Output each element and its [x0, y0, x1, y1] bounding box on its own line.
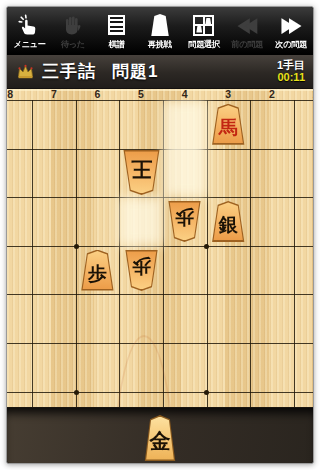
kifu-record-icon	[108, 13, 125, 37]
square-43[interactable]: 歩	[163, 197, 207, 246]
device-frame: メニュー 待った 棋譜	[0, 0, 320, 470]
board-grid[interactable]: 馬王歩銀歩歩	[7, 100, 313, 407]
toolbar-item-prev-problem: ◀◀ 前の問題	[226, 7, 270, 54]
column-label-5: 5	[119, 89, 163, 100]
highlight-square	[163, 149, 207, 198]
toolbar-label: 前の問題	[232, 39, 263, 51]
next-problem-icon: ▶▶	[282, 13, 301, 37]
toolbar-item-matta: 待った	[51, 7, 95, 54]
square-64[interactable]: 歩	[76, 246, 120, 295]
column-label-4: 4	[163, 89, 207, 100]
piece-glyph: 銀	[219, 215, 238, 234]
piece-sente-64[interactable]: 歩	[80, 250, 115, 291]
piece-glyph: 歩	[132, 257, 151, 276]
toolbar-item-next-problem[interactable]: ▶▶ 次の問題	[269, 7, 313, 54]
hand-piece-sente[interactable]: 金	[144, 415, 177, 461]
piece-gote-52[interactable]: 王	[122, 150, 161, 195]
page-title: 三手詰	[42, 60, 96, 83]
toolbar-item-kifu[interactable]: 棋譜	[94, 7, 138, 54]
undo-hand-icon	[61, 13, 85, 37]
crown-icon	[17, 64, 34, 79]
toolbar: メニュー 待った 棋譜	[7, 7, 313, 55]
piece-gote-43[interactable]: 歩	[167, 201, 202, 242]
column-label-2: 2	[250, 89, 294, 100]
piece-gote-54[interactable]: 歩	[124, 250, 159, 291]
problem-select-grid-icon	[193, 13, 214, 37]
toolbar-label: 待った	[61, 39, 85, 51]
column-label-7: 7	[32, 89, 76, 100]
highlight-square	[163, 100, 207, 149]
piece-glyph: 王	[131, 159, 152, 180]
piece-glyph: 馬	[219, 118, 238, 137]
column-label-1: 1	[294, 89, 313, 100]
toolbar-item-menu[interactable]: メニュー	[7, 7, 51, 54]
highlight-square	[119, 197, 163, 246]
square-31[interactable]: 馬	[206, 100, 250, 149]
toolbar-label: 棋譜	[108, 39, 124, 51]
toolbar-label: 問題選択	[188, 39, 219, 51]
piece-glyph: 歩	[88, 264, 107, 283]
toolbar-item-problem-select[interactable]: 問題選択	[182, 7, 226, 54]
header-bar: 三手詰 問題1 1手目 00:11	[7, 55, 313, 89]
column-label-8: 8	[7, 89, 32, 100]
piece-glyph: 金	[150, 431, 171, 452]
prev-problem-icon: ◀◀	[238, 13, 257, 37]
timer: 00:11	[277, 72, 305, 83]
app-screen: メニュー 待った 棋譜	[6, 6, 314, 464]
square-54[interactable]: 歩	[119, 246, 163, 295]
toolbar-item-retry[interactable]: 再挑戦	[138, 7, 182, 54]
column-label-3: 3	[206, 89, 250, 100]
piece-stand-tray: 金	[7, 407, 313, 464]
piece-glyph: 歩	[175, 208, 194, 227]
column-label-6: 6	[76, 89, 120, 100]
board-strip: 987654321 馬王歩銀歩歩	[7, 89, 313, 407]
menu-hand-icon	[17, 13, 41, 37]
toolbar-label: 次の問題	[275, 39, 306, 51]
square-52[interactable]: 王	[119, 149, 163, 198]
star-point	[74, 390, 79, 395]
move-counter: 1手目	[277, 60, 305, 71]
square-33[interactable]: 銀	[206, 197, 250, 246]
piece-sente-31[interactable]: 馬	[211, 104, 246, 145]
shogi-board[interactable]: 987654321 馬王歩銀歩歩	[7, 89, 313, 407]
retry-piece-icon	[151, 13, 170, 37]
problem-number: 問題1	[112, 60, 158, 83]
piece-sente-33[interactable]: 銀	[211, 201, 246, 242]
toolbar-label: 再挑戦	[148, 39, 171, 51]
toolbar-label: メニュー	[13, 39, 45, 51]
